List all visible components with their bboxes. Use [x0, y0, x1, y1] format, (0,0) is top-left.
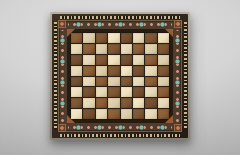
board-square[interactable]	[121, 44, 132, 54]
board-square[interactable]	[108, 98, 119, 108]
board-square[interactable]	[83, 33, 94, 43]
board-square[interactable]	[121, 87, 132, 97]
board-square[interactable]	[158, 44, 169, 54]
board-square[interactable]	[96, 109, 107, 119]
board-square[interactable]	[133, 77, 144, 87]
board-square[interactable]	[83, 66, 94, 76]
board-square[interactable]	[145, 98, 156, 108]
board-square[interactable]	[71, 77, 82, 87]
mosaic-band-bottom	[68, 124, 172, 131]
board-square[interactable]	[158, 98, 169, 108]
board-square[interactable]	[71, 44, 82, 54]
mosaic-corner-medallion	[174, 20, 182, 28]
board-square[interactable]	[83, 87, 94, 97]
board-square[interactable]	[96, 87, 107, 97]
mosaic-corner-medallion	[58, 124, 66, 132]
board-square[interactable]	[96, 77, 107, 87]
board-square[interactable]	[71, 33, 82, 43]
mosaic-band-top	[68, 21, 172, 28]
board-square[interactable]	[158, 109, 169, 119]
board-square[interactable]	[133, 44, 144, 54]
stud-row-bottom	[60, 134, 180, 137]
board-square[interactable]	[71, 87, 82, 97]
board-square[interactable]	[83, 77, 94, 87]
board-square[interactable]	[121, 55, 132, 65]
inner-frame	[67, 29, 173, 123]
board-square[interactable]	[108, 55, 119, 65]
playing-grid	[70, 32, 170, 120]
board-square[interactable]	[108, 109, 119, 119]
board-square[interactable]	[108, 44, 119, 54]
board-square[interactable]	[145, 87, 156, 97]
board-square[interactable]	[121, 109, 132, 119]
board-square[interactable]	[83, 55, 94, 65]
outer-frame	[52, 14, 188, 138]
board-square[interactable]	[158, 87, 169, 97]
board-square[interactable]	[145, 66, 156, 76]
photo-background	[0, 0, 240, 155]
stud-row-left	[54, 22, 57, 130]
board-square[interactable]	[83, 98, 94, 108]
board-edge	[50, 12, 190, 140]
board-square[interactable]	[96, 66, 107, 76]
board-square[interactable]	[133, 98, 144, 108]
board-square[interactable]	[71, 66, 82, 76]
mosaic-band-left	[59, 30, 66, 122]
mosaic-band-right	[174, 30, 181, 122]
board-square[interactable]	[108, 33, 119, 43]
board-square[interactable]	[96, 33, 107, 43]
board-square[interactable]	[96, 44, 107, 54]
board-square[interactable]	[145, 77, 156, 87]
board-square[interactable]	[121, 77, 132, 87]
board-square[interactable]	[96, 55, 107, 65]
board-square[interactable]	[121, 33, 132, 43]
board-square[interactable]	[83, 44, 94, 54]
board-square[interactable]	[96, 98, 107, 108]
board-square[interactable]	[133, 109, 144, 119]
board-square[interactable]	[108, 77, 119, 87]
board-square[interactable]	[71, 55, 82, 65]
board-square[interactable]	[158, 33, 169, 43]
stud-row-top	[60, 16, 180, 19]
board-square[interactable]	[158, 77, 169, 87]
board-square[interactable]	[158, 66, 169, 76]
board-square[interactable]	[71, 109, 82, 119]
board-square[interactable]	[133, 87, 144, 97]
board-square[interactable]	[133, 66, 144, 76]
board-square[interactable]	[133, 33, 144, 43]
board-square[interactable]	[121, 66, 132, 76]
board-square[interactable]	[145, 33, 156, 43]
board-square[interactable]	[145, 55, 156, 65]
stud-row-right	[184, 22, 187, 130]
mosaic-corner-medallion	[174, 124, 182, 132]
board-square[interactable]	[145, 44, 156, 54]
board-square[interactable]	[83, 109, 94, 119]
mosaic-corner-medallion	[58, 20, 66, 28]
board-square[interactable]	[108, 87, 119, 97]
board-square[interactable]	[71, 98, 82, 108]
board-square[interactable]	[108, 66, 119, 76]
board-square[interactable]	[158, 55, 169, 65]
board-square[interactable]	[145, 109, 156, 119]
board-square[interactable]	[133, 55, 144, 65]
board-square[interactable]	[121, 98, 132, 108]
mosaic-border	[58, 20, 182, 132]
chess-board	[50, 12, 190, 140]
